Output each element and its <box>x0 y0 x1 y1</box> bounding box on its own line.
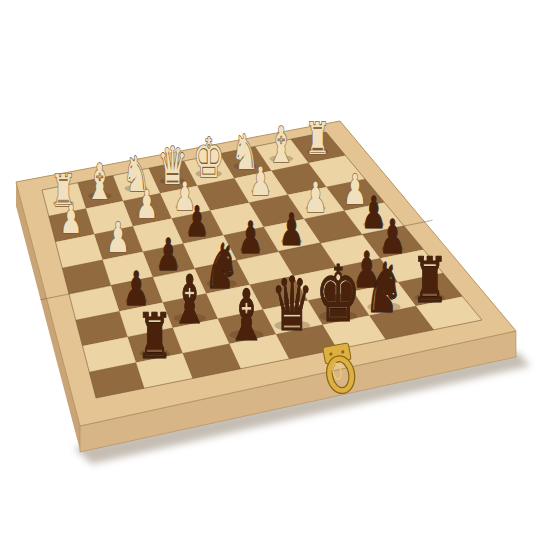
black-rook-g7[interactable]: ♜ <box>137 300 173 373</box>
white-king-d1[interactable]: ♚ <box>193 126 225 190</box>
white-bishop-g1[interactable]: ♝ <box>86 152 114 210</box>
black-king-c7[interactable]: ♚ <box>316 248 361 338</box>
white-pawn-b3[interactable]: ♟ <box>303 173 327 222</box>
black-pawn-d4[interactable]: ♟ <box>238 212 264 264</box>
black-bishop-f6[interactable]: ♝ <box>170 261 209 338</box>
chessboard-photo: ♜♝♞♚♛♞♝♜♟♟♟♟♟♟♟♟♟♟♟♟♟♞♟♟♝♜♞♚♛♝♜ <box>0 0 540 540</box>
black-rook-a7[interactable]: ♜ <box>412 244 448 317</box>
white-rook-a1[interactable]: ♜ <box>305 114 330 165</box>
product-photo: ♜♝♞♚♛♞♝♜♟♟♟♟♟♟♟♟♟♟♟♟♟♞♟♟♝♜♞♚♛♝♜ <box>0 0 540 540</box>
white-pawn-f2[interactable]: ♟ <box>136 181 159 227</box>
black-pawn-c4[interactable]: ♟ <box>279 203 305 255</box>
black-knight-b7[interactable]: ♞ <box>364 247 404 328</box>
white-pawn-h2[interactable]: ♟ <box>60 196 83 242</box>
black-bishop-e7[interactable]: ♝ <box>226 274 267 356</box>
white-pawn-g3[interactable]: ♟ <box>106 213 130 262</box>
white-pawn-c2[interactable]: ♟ <box>249 158 272 204</box>
black-queen-d7[interactable]: ♛ <box>271 261 314 348</box>
